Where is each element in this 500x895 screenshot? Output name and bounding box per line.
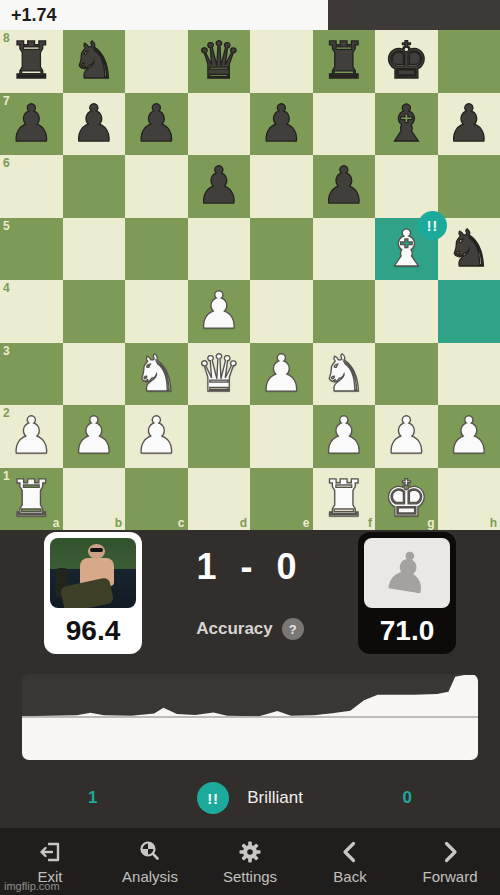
square-g7[interactable]: ♝ — [375, 93, 438, 156]
square-f3[interactable]: ♞ — [313, 343, 376, 406]
black-knight-b8[interactable]: ♞ — [63, 30, 126, 93]
black-pawn-f6[interactable]: ♟ — [313, 155, 376, 218]
square-e2[interactable] — [250, 405, 313, 468]
square-h6[interactable] — [438, 155, 500, 218]
move-quality-row: 1 !! Brilliant 0 — [0, 768, 500, 828]
square-b3[interactable] — [63, 343, 126, 406]
black-bishop-g7[interactable]: ♝ — [375, 93, 438, 156]
square-b4[interactable] — [63, 280, 126, 343]
white-pawn-h2[interactable]: ♟ — [438, 405, 500, 468]
black-king-g8[interactable]: ♚ — [375, 30, 438, 93]
square-a7[interactable]: 7♟ — [0, 93, 63, 156]
black-player-avatar: ♟ — [364, 538, 450, 608]
square-d8[interactable]: ♛ — [188, 30, 251, 93]
square-c5[interactable] — [125, 218, 188, 281]
analysis-button[interactable]: Analysis — [100, 828, 200, 895]
forward-button[interactable]: Forward — [400, 828, 500, 895]
settings-label: Settings — [223, 868, 277, 885]
accuracy-help-icon[interactable]: ? — [282, 618, 304, 640]
square-f8[interactable]: ♜ — [313, 30, 376, 93]
square-c8[interactable] — [125, 30, 188, 93]
square-h2[interactable]: ♟ — [438, 405, 500, 468]
evaluation-value: +1.74 — [0, 5, 57, 26]
square-g2[interactable]: ♟ — [375, 405, 438, 468]
brilliant-badge-icon: !! — [197, 782, 229, 814]
file-label-c: c — [178, 516, 185, 530]
score-column: 1 - 0 Accuracy ? — [142, 532, 358, 670]
black-pawn-c7[interactable]: ♟ — [125, 93, 188, 156]
white-pawn-c2[interactable]: ♟ — [125, 405, 188, 468]
square-d2[interactable] — [188, 405, 251, 468]
white-rook-f1[interactable]: ♜ — [313, 468, 376, 531]
square-c4[interactable] — [125, 280, 188, 343]
result-panel: 96.4 1 - 0 Accuracy ? ♟ 71.0 — [0, 530, 500, 670]
analysis-icon — [137, 839, 163, 865]
square-f7[interactable] — [313, 93, 376, 156]
white-king-g1[interactable]: ♚ — [375, 468, 438, 531]
white-brilliant-count: 1 — [88, 768, 97, 828]
square-h8[interactable] — [438, 30, 500, 93]
board-grid: 8♜♞♛♜♚7♟♟♟♟♝♟6♟♟5♝♞4♟3♞♛♟♞2♟♟♟♟♟♟1a♜bcde… — [0, 30, 500, 530]
white-pawn-a2[interactable]: ♟ — [0, 405, 63, 468]
square-a6[interactable]: 6 — [0, 155, 63, 218]
square-a8[interactable]: 8♜ — [0, 30, 63, 93]
evaluation-graph-svg — [22, 674, 478, 760]
square-g4[interactable] — [375, 280, 438, 343]
black-rook-f8[interactable]: ♜ — [313, 30, 376, 93]
black-player-card: ♟ 71.0 — [358, 532, 456, 654]
square-b5[interactable] — [63, 218, 126, 281]
square-d6[interactable]: ♟ — [188, 155, 251, 218]
square-d1[interactable]: d — [188, 468, 251, 531]
square-c1[interactable]: c — [125, 468, 188, 531]
exit-icon — [37, 839, 63, 865]
back-chevron-icon — [337, 839, 363, 865]
square-c7[interactable]: ♟ — [125, 93, 188, 156]
back-button[interactable]: Back — [300, 828, 400, 895]
accuracy-label: Accuracy — [196, 619, 273, 639]
watermark: imgflip.com — [4, 880, 60, 892]
square-f1[interactable]: f♜ — [313, 468, 376, 531]
file-label-e: e — [303, 516, 310, 530]
square-h4[interactable] — [438, 280, 500, 343]
square-b7[interactable]: ♟ — [63, 93, 126, 156]
square-e8[interactable] — [250, 30, 313, 93]
square-g8[interactable]: ♚ — [375, 30, 438, 93]
square-e1[interactable]: e — [250, 468, 313, 531]
analysis-label: Analysis — [122, 868, 178, 885]
square-c3[interactable]: ♞ — [125, 343, 188, 406]
white-pawn-e3[interactable]: ♟ — [250, 343, 313, 406]
white-knight-c3[interactable]: ♞ — [125, 343, 188, 406]
square-b2[interactable]: ♟ — [63, 405, 126, 468]
rank-label-3: 3 — [3, 344, 10, 358]
square-g6[interactable] — [375, 155, 438, 218]
square-c6[interactable] — [125, 155, 188, 218]
square-e5[interactable] — [250, 218, 313, 281]
file-label-h: h — [490, 516, 497, 530]
white-player-card: 96.4 — [44, 532, 142, 654]
square-f5[interactable] — [313, 218, 376, 281]
square-f4[interactable] — [313, 280, 376, 343]
square-h3[interactable] — [438, 343, 500, 406]
forward-chevron-icon — [437, 839, 463, 865]
black-pawn-h7[interactable]: ♟ — [438, 93, 500, 156]
square-e6[interactable] — [250, 155, 313, 218]
rank-label-6: 6 — [3, 156, 10, 170]
square-e4[interactable] — [250, 280, 313, 343]
rank-label-4: 4 — [3, 281, 10, 295]
settings-gear-icon — [237, 839, 263, 865]
black-accuracy-value: 71.0 — [380, 608, 435, 654]
rank-label-5: 5 — [3, 219, 10, 233]
square-e3[interactable]: ♟ — [250, 343, 313, 406]
black-queen-d8[interactable]: ♛ — [188, 30, 251, 93]
brilliant-row-center: !! Brilliant — [197, 782, 303, 814]
square-e7[interactable]: ♟ — [250, 93, 313, 156]
square-a5[interactable]: 5 — [0, 218, 63, 281]
square-d7[interactable] — [188, 93, 251, 156]
square-c2[interactable]: ♟ — [125, 405, 188, 468]
square-f2[interactable]: ♟ — [313, 405, 376, 468]
square-a4[interactable]: 4 — [0, 280, 63, 343]
white-pawn-b2[interactable]: ♟ — [63, 405, 126, 468]
square-b6[interactable] — [63, 155, 126, 218]
black-brilliant-count: 0 — [403, 768, 412, 828]
brilliant-move-badge-icon: !! — [418, 211, 447, 240]
file-label-b: b — [115, 516, 122, 530]
black-rook-a8[interactable]: ♜ — [0, 30, 63, 93]
white-knight-f3[interactable]: ♞ — [313, 343, 376, 406]
square-h1[interactable]: h — [438, 468, 500, 531]
square-d5[interactable] — [188, 218, 251, 281]
square-h7[interactable]: ♟ — [438, 93, 500, 156]
black-pawn-a7[interactable]: ♟ — [0, 93, 63, 156]
white-accuracy-value: 96.4 — [66, 608, 121, 654]
bottom-toolbar: Exit Analysis Settings — [0, 828, 500, 895]
brilliant-label: Brilliant — [247, 788, 303, 808]
square-f6[interactable]: ♟ — [313, 155, 376, 218]
avatar-sunglasses-shape — [90, 548, 103, 552]
settings-button[interactable]: Settings — [200, 828, 300, 895]
accuracy-row: Accuracy ? — [196, 618, 304, 640]
white-rook-a1[interactable]: ♜ — [0, 468, 63, 531]
game-result: 1 - 0 — [196, 546, 303, 588]
white-pawn-f2[interactable]: ♟ — [313, 405, 376, 468]
square-a2[interactable]: 2♟ — [0, 405, 63, 468]
white-player-avatar — [50, 538, 136, 608]
evaluation-graph[interactable] — [22, 674, 478, 760]
white-pawn-g2[interactable]: ♟ — [375, 405, 438, 468]
file-label-d: d — [240, 516, 247, 530]
black-pawn-d6[interactable]: ♟ — [188, 155, 251, 218]
white-queen-d3[interactable]: ♛ — [188, 343, 251, 406]
square-g3[interactable] — [375, 343, 438, 406]
square-g1[interactable]: g♚ — [375, 468, 438, 531]
back-label: Back — [333, 868, 366, 885]
black-pawn-e7[interactable]: ♟ — [250, 93, 313, 156]
evaluation-bar: +1.74 — [0, 0, 500, 30]
default-pawn-avatar-icon: ♟ — [379, 543, 435, 604]
black-pawn-b7[interactable]: ♟ — [63, 93, 126, 156]
forward-label: Forward — [422, 868, 477, 885]
square-d3[interactable]: ♛ — [188, 343, 251, 406]
square-d4[interactable]: ♟ — [188, 280, 251, 343]
evaluation-bar-white-portion: +1.74 — [0, 0, 328, 30]
square-b8[interactable]: ♞ — [63, 30, 126, 93]
white-pawn-d4[interactable]: ♟ — [188, 280, 251, 343]
evaluation-graph-section — [0, 670, 500, 768]
square-a3[interactable]: 3 — [0, 343, 63, 406]
square-b1[interactable]: b — [63, 468, 126, 531]
chess-board: 8♜♞♛♜♚7♟♟♟♟♝♟6♟♟5♝♞4♟3♞♛♟♞2♟♟♟♟♟♟1a♜bcde… — [0, 30, 500, 530]
square-a1[interactable]: 1a♜ — [0, 468, 63, 531]
